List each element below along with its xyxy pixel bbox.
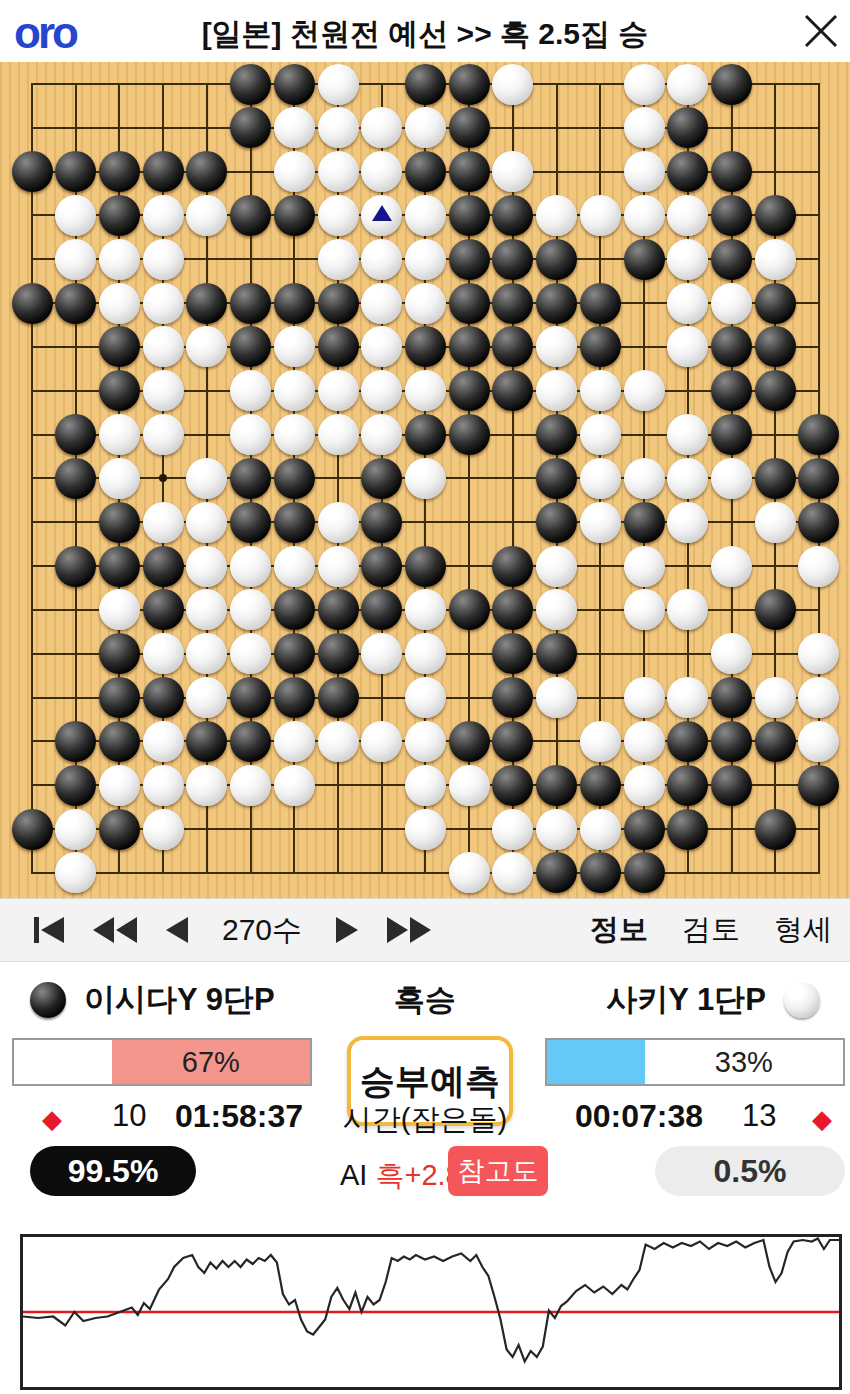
white-stone: [624, 589, 665, 630]
black-stone: [711, 239, 752, 280]
black-stone: [230, 64, 271, 105]
white-stone: [55, 809, 96, 850]
white-stone: [449, 765, 490, 806]
white-stone: [755, 502, 796, 543]
black-stone: [143, 589, 184, 630]
white-stone: [186, 546, 227, 587]
white-stone: [405, 721, 446, 762]
black-stone: [536, 852, 577, 893]
ai-score: AI 흑+2.8: [340, 1156, 462, 1196]
white-stone: [755, 239, 796, 280]
white-stone: [361, 239, 402, 280]
white-territory-badge: 0.5%: [655, 1146, 845, 1196]
black-stone: [536, 414, 577, 455]
black-stone: [711, 151, 752, 192]
white-stone: [55, 195, 96, 236]
white-stone: [492, 64, 533, 105]
winrate-graph-section: 050100150200270: [0, 1234, 850, 1394]
menu-review[interactable]: 검토: [682, 910, 740, 950]
white-stone: [449, 852, 490, 893]
white-stone: [711, 458, 752, 499]
black-stone: [580, 852, 621, 893]
navigation-bar: 270수 정보 검토 형세: [0, 898, 850, 962]
white-stone: [405, 633, 446, 674]
go-review-app: oro [일본] 천원전 예선 >> 흑 2.5집 승 270수: [0, 0, 850, 1394]
black-winrate-fill: 67%: [112, 1040, 310, 1084]
white-stone: [624, 195, 665, 236]
white-stone: [143, 195, 184, 236]
black-stone: [230, 677, 271, 718]
black-stone: [755, 283, 796, 324]
white-stone: [624, 546, 665, 587]
black-stone: [318, 633, 359, 674]
white-winrate-fill: [547, 1040, 645, 1084]
go-board[interactable]: [0, 62, 850, 898]
black-stone: [230, 283, 271, 324]
black-stone: [449, 326, 490, 367]
white-stone: [230, 414, 271, 455]
white-stone: [318, 64, 359, 105]
white-stone: [143, 765, 184, 806]
nav-menu: 정보 검토 형세: [590, 910, 850, 950]
game-title: [일본] 천원전 예선 >> 흑 2.5집 승: [0, 14, 850, 55]
white-stone: [99, 765, 140, 806]
black-stone: [536, 458, 577, 499]
black-stone: [580, 765, 621, 806]
white-stone: [580, 502, 621, 543]
black-stone: [798, 502, 839, 543]
white-stone: [624, 370, 665, 411]
black-stone: [274, 283, 315, 324]
black-stone: [143, 677, 184, 718]
black-stone: [12, 809, 53, 850]
white-stone: [274, 765, 315, 806]
black-winrate-bar: 67%: [12, 1038, 312, 1086]
white-stone: [318, 107, 359, 148]
black-stone: [624, 502, 665, 543]
white-stone: [755, 677, 796, 718]
black-stone: [99, 546, 140, 587]
black-stone: [449, 721, 490, 762]
white-stone: [580, 195, 621, 236]
white-stone: [143, 370, 184, 411]
white-winrate-empty: 33%: [645, 1040, 843, 1084]
white-stone: [580, 370, 621, 411]
black-stone: [492, 546, 533, 587]
move-counter: 270수: [222, 910, 302, 951]
black-stone: [536, 283, 577, 324]
white-capture-diamond-icon: ◆: [812, 1104, 832, 1135]
black-stone: [711, 677, 752, 718]
black-stone: [405, 151, 446, 192]
black-stone: [99, 633, 140, 674]
black-stone: [405, 546, 446, 587]
black-stone: [755, 326, 796, 367]
white-stone: [143, 326, 184, 367]
white-stone: [667, 64, 708, 105]
black-stone: [449, 239, 490, 280]
white-stone: [143, 721, 184, 762]
black-stone: [624, 239, 665, 280]
white-stone: [580, 458, 621, 499]
ai-label: AI: [340, 1159, 367, 1191]
black-stone: [99, 195, 140, 236]
white-stone: [492, 809, 533, 850]
white-stone: [624, 765, 665, 806]
fast-backward-button[interactable]: [92, 915, 138, 945]
black-stone: [186, 283, 227, 324]
black-stone: [361, 546, 402, 587]
white-winrate-bar: 33%: [545, 1038, 845, 1086]
black-stone: [798, 414, 839, 455]
result-label: 흑승: [0, 979, 850, 1021]
white-stone: [536, 677, 577, 718]
white-stone: [186, 502, 227, 543]
black-stone: [711, 195, 752, 236]
white-stone: [580, 414, 621, 455]
black-stone: [449, 589, 490, 630]
white-stone: [55, 852, 96, 893]
black-stone: [230, 502, 271, 543]
black-stone: [274, 458, 315, 499]
black-stone: [492, 765, 533, 806]
white-stone: [624, 64, 665, 105]
reference-diagram-button[interactable]: 참고도: [448, 1146, 548, 1196]
black-stone: [449, 107, 490, 148]
menu-info[interactable]: 정보: [590, 910, 648, 950]
black-stone: [624, 852, 665, 893]
white-stone: [405, 809, 446, 850]
black-stone: [55, 765, 96, 806]
black-stone: [536, 765, 577, 806]
white-stone: [667, 458, 708, 499]
black-stone: [143, 151, 184, 192]
black-stone: [274, 195, 315, 236]
first-move-button[interactable]: [32, 915, 66, 945]
last-move-triangle-icon: [372, 205, 392, 221]
black-stone: [274, 677, 315, 718]
black-stone: [274, 589, 315, 630]
white-stone: [580, 721, 621, 762]
forward-button[interactable]: [334, 915, 360, 945]
white-stone: [711, 546, 752, 587]
black-stone: [449, 414, 490, 455]
white-stone: [624, 721, 665, 762]
black-stone: [318, 589, 359, 630]
black-stone: [274, 64, 315, 105]
white-stone: [318, 546, 359, 587]
white-stone: [99, 414, 140, 455]
black-stone: [755, 458, 796, 499]
black-stone: [99, 677, 140, 718]
black-stone: [492, 283, 533, 324]
white-stone: [99, 458, 140, 499]
black-stone: [711, 414, 752, 455]
white-stone: [143, 502, 184, 543]
black-stone: [755, 809, 796, 850]
black-stone: [798, 765, 839, 806]
white-stone: [405, 239, 446, 280]
black-winrate-empty: [14, 1040, 112, 1084]
black-stone: [405, 414, 446, 455]
black-stone: [361, 458, 402, 499]
white-stone: [667, 239, 708, 280]
white-stone: [405, 458, 446, 499]
white-stone: [274, 546, 315, 587]
white-stone: [230, 546, 271, 587]
white-stone: [405, 370, 446, 411]
info-panel: 67% 승부예측 33% ◆ 10 01:58:37 시간(잡은돌) 00:07…: [0, 1038, 850, 1234]
black-stone: [230, 195, 271, 236]
white-stone: [318, 370, 359, 411]
header: oro [일본] 천원전 예선 >> 흑 2.5집 승: [0, 0, 850, 62]
white-stone: [624, 151, 665, 192]
black-stone: [755, 195, 796, 236]
white-stone: [405, 677, 446, 718]
black-stone: [449, 370, 490, 411]
players-row: 이시다Y 9단P 흑승 사키Y 1단P: [0, 962, 850, 1038]
black-stone: [55, 721, 96, 762]
white-stone: [361, 283, 402, 324]
black-stone: [12, 151, 53, 192]
black-stone: [711, 765, 752, 806]
black-stone: [711, 64, 752, 105]
white-stone: [318, 195, 359, 236]
black-stone: [492, 239, 533, 280]
white-stone: [230, 765, 271, 806]
white-stone: [492, 852, 533, 893]
winrate-graph: [20, 1234, 842, 1390]
black-stone: [143, 546, 184, 587]
black-stone: [230, 721, 271, 762]
black-stone: [755, 370, 796, 411]
white-stone: [274, 721, 315, 762]
black-stone: [755, 721, 796, 762]
white-stone: [361, 721, 402, 762]
black-stone: [99, 721, 140, 762]
black-stone: [230, 458, 271, 499]
white-stone: [798, 546, 839, 587]
white-stone: [536, 195, 577, 236]
white-stone: [405, 107, 446, 148]
white-stone: [186, 765, 227, 806]
white-stone: [143, 809, 184, 850]
black-stone: [99, 151, 140, 192]
black-stone: [449, 151, 490, 192]
black-stone: [99, 502, 140, 543]
black-stone: [449, 283, 490, 324]
white-stone: [667, 195, 708, 236]
black-stone: [318, 326, 359, 367]
white-stone: [580, 809, 621, 850]
white-stone: [143, 633, 184, 674]
white-stone: [798, 677, 839, 718]
black-stone: [449, 195, 490, 236]
black-stone: [755, 589, 796, 630]
white-stone: [624, 107, 665, 148]
white-clock: 00:07:38: [575, 1098, 703, 1135]
white-stone: [274, 370, 315, 411]
time-row: ◆ 10 01:58:37 시간(잡은돌) 00:07:38 13 ◆: [0, 1096, 850, 1140]
black-stone: [667, 765, 708, 806]
white-stone: [318, 414, 359, 455]
black-stone: [667, 721, 708, 762]
black-territory-badge: 99.5%: [30, 1146, 196, 1196]
black-stone: [55, 458, 96, 499]
white-stone: [798, 633, 839, 674]
white-stone: [405, 195, 446, 236]
white-stone: [274, 326, 315, 367]
black-stone: [798, 458, 839, 499]
fast-forward-button[interactable]: [386, 915, 432, 945]
white-stone: [143, 283, 184, 324]
white-stone: [624, 677, 665, 718]
black-stone: [55, 546, 96, 587]
white-stone: [318, 239, 359, 280]
black-stone: [99, 809, 140, 850]
close-icon[interactable]: [802, 12, 840, 50]
black-stone: [318, 283, 359, 324]
white-stone: [536, 546, 577, 587]
white-stone: [143, 239, 184, 280]
black-stone: [580, 283, 621, 324]
black-stone: [667, 809, 708, 850]
black-stone: [318, 677, 359, 718]
white-stone: [99, 283, 140, 324]
black-stone: [536, 239, 577, 280]
black-stone: [536, 502, 577, 543]
white-stone: [274, 107, 315, 148]
time-caption: 시간(잡은돌): [0, 1100, 850, 1140]
white-stone: [318, 151, 359, 192]
black-stone: [405, 64, 446, 105]
black-stone: [361, 502, 402, 543]
black-stone: [55, 283, 96, 324]
white-stone: [274, 151, 315, 192]
white-captures: 13: [742, 1098, 776, 1134]
white-stone: [318, 721, 359, 762]
white-stone: [405, 283, 446, 324]
white-stone: [99, 239, 140, 280]
white-stone: [274, 414, 315, 455]
black-stone: [449, 64, 490, 105]
white-stone: [143, 414, 184, 455]
white-stone: [318, 502, 359, 543]
white-stone: [667, 502, 708, 543]
white-stone: [624, 458, 665, 499]
black-stone: [274, 502, 315, 543]
white-stone: [667, 283, 708, 324]
white-stone: [711, 633, 752, 674]
menu-territory[interactable]: 형세: [774, 910, 832, 950]
black-stone: [624, 809, 665, 850]
white-stone: [536, 809, 577, 850]
white-stone: [405, 765, 446, 806]
black-stone: [12, 283, 53, 324]
black-stone: [99, 370, 140, 411]
badge-row: 99.5% AI 흑+2.8 참고도 0.5%: [0, 1146, 850, 1198]
black-stone: [274, 633, 315, 674]
white-stone: [711, 283, 752, 324]
white-stone: [798, 721, 839, 762]
white-stone: [55, 239, 96, 280]
backward-button[interactable]: [164, 915, 190, 945]
black-stone: [711, 721, 752, 762]
